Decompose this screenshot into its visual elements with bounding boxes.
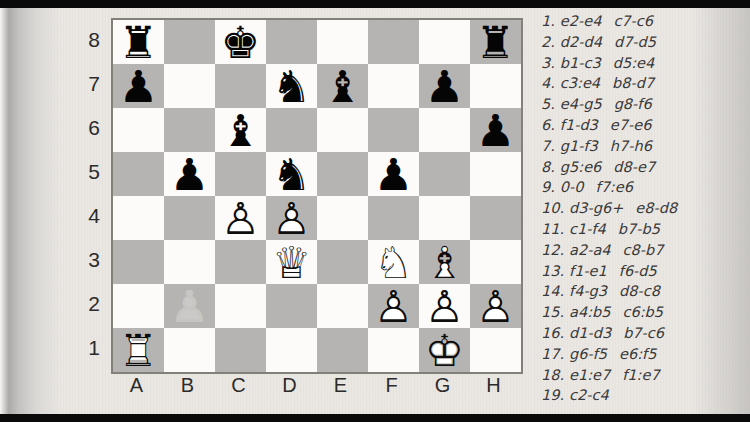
- black-rook-a8: ♜: [113, 20, 164, 64]
- move-line-1: 1.e2-e4c7-c6: [541, 11, 741, 32]
- white-move: f1-d3: [560, 117, 598, 133]
- square-e7[interactable]: ♝: [317, 64, 368, 108]
- square-a5[interactable]: [113, 152, 164, 196]
- white-bishop-g3: ♝♗: [419, 240, 470, 284]
- square-e2[interactable]: [317, 284, 368, 328]
- square-c4[interactable]: ♟♙: [215, 196, 266, 240]
- rank-label-2: 2: [62, 292, 100, 316]
- move-number: 8.: [541, 159, 555, 175]
- move-line-5: 5.e4-g5g8-f6: [541, 94, 741, 115]
- square-d8[interactable]: [266, 20, 317, 64]
- black-rook-h8: ♜: [470, 20, 521, 64]
- black-pawn-a7: ♟: [113, 64, 164, 108]
- move-line-13: 13.f1-e1f6-d5: [541, 261, 741, 282]
- black-move: f7:e6: [596, 179, 633, 195]
- move-number: 3.: [541, 55, 555, 71]
- square-b6[interactable]: [164, 108, 215, 152]
- square-h5[interactable]: [470, 152, 521, 196]
- white-move: e2-e4: [560, 13, 602, 29]
- move-line-14: 14.f4-g3d8-c8: [541, 281, 741, 302]
- white-pawn-f2: ♟♙: [368, 284, 419, 328]
- square-c3[interactable]: [215, 240, 266, 284]
- move-number: 5.: [541, 96, 555, 112]
- move-number: 4.: [541, 75, 555, 91]
- black-move: d8-e7: [613, 159, 655, 175]
- letterbox-bottom: [0, 414, 750, 422]
- black-knight-d7: ♞: [266, 64, 317, 108]
- black-knight-d5: ♞: [266, 152, 317, 196]
- white-move: b1-c3: [560, 55, 601, 71]
- white-move: e4-g5: [560, 96, 602, 112]
- rank-label-6: 6: [62, 116, 100, 140]
- square-b7[interactable]: [164, 64, 215, 108]
- square-b1[interactable]: [164, 328, 215, 372]
- black-move: d8-c8: [619, 283, 660, 299]
- move-line-17: 17.g6-f5e6:f5: [541, 344, 741, 365]
- black-move: b8-d7: [612, 75, 654, 91]
- white-move: e1:e7: [569, 367, 610, 383]
- move-line-8: 8.g5:e6d8-e7: [541, 157, 741, 178]
- square-a7[interactable]: ♟: [113, 64, 164, 108]
- square-c8[interactable]: ♚: [215, 20, 266, 64]
- move-list: 1.e2-e4c7-c62.d2-d4d7-d53.b1-c3d5:e44.c3…: [541, 11, 741, 406]
- white-pawn-d4: ♟♙: [266, 196, 317, 240]
- rank-label-3: 3: [62, 248, 100, 272]
- file-label-f: F: [366, 374, 417, 397]
- square-d7[interactable]: ♞: [266, 64, 317, 108]
- square-b2[interactable]: ♟♙: [164, 284, 215, 328]
- square-d5[interactable]: ♞: [266, 152, 317, 196]
- move-line-3: 3.b1-c3d5:e4: [541, 53, 741, 74]
- square-b8[interactable]: [164, 20, 215, 64]
- white-rook-a1: ♜♖: [113, 328, 164, 372]
- letterbox-top: [0, 0, 750, 8]
- square-d6[interactable]: [266, 108, 317, 152]
- white-move: f1-e1: [569, 263, 607, 279]
- move-number: 10.: [541, 200, 564, 216]
- square-e4[interactable]: [317, 196, 368, 240]
- square-g4[interactable]: [419, 196, 470, 240]
- move-number: 16.: [541, 325, 564, 341]
- white-move: d1-d3: [569, 325, 611, 341]
- black-bishop-c6: ♝: [215, 108, 266, 152]
- move-line-12: 12.a2-a4c8-b7: [541, 240, 741, 261]
- square-d2[interactable]: [266, 284, 317, 328]
- square-g6[interactable]: [419, 108, 470, 152]
- square-e6[interactable]: [317, 108, 368, 152]
- white-move: f4-g3: [569, 283, 607, 299]
- rank-label-5: 5: [62, 160, 100, 184]
- square-a1[interactable]: ♜♖: [113, 328, 164, 372]
- move-number: 12.: [541, 242, 564, 258]
- move-line-10: 10.d3-g6+e8-d8: [541, 198, 741, 219]
- square-c2[interactable]: [215, 284, 266, 328]
- white-pawn-g2: ♟♙: [419, 284, 470, 328]
- move-number: 6.: [541, 117, 555, 133]
- square-b4[interactable]: [164, 196, 215, 240]
- black-move: f1:e7: [622, 367, 659, 383]
- square-f5[interactable]: ♟: [368, 152, 419, 196]
- square-h6[interactable]: ♟: [470, 108, 521, 152]
- chess-board: ♜♚♜♟♞♝♟♝♟♟♞♟♟♙♟♙♛♕♞♘♝♗♟♙♟♙♟♙♟♙♜♖♚♔: [111, 18, 523, 374]
- black-move: f6-d5: [619, 263, 657, 279]
- white-pawn-h2: ♟♙: [470, 284, 521, 328]
- move-line-15: 15.a4:b5c6:b5: [541, 302, 741, 323]
- white-move: c2-c4: [569, 387, 609, 403]
- black-move: d7-d5: [614, 34, 656, 50]
- black-move: e6:f5: [619, 346, 656, 362]
- move-line-4: 4.c3:e4b8-d7: [541, 73, 741, 94]
- rank-label-1: 1: [62, 336, 100, 360]
- move-number: 7.: [541, 138, 555, 154]
- white-queen-d3: ♛♕: [266, 240, 317, 284]
- square-b3[interactable]: [164, 240, 215, 284]
- move-number: 13.: [541, 263, 564, 279]
- square-f8[interactable]: [368, 20, 419, 64]
- square-h8[interactable]: ♜: [470, 20, 521, 64]
- square-e3[interactable]: [317, 240, 368, 284]
- white-pawn-c4: ♟♙: [215, 196, 266, 240]
- rank-label-8: 8: [62, 28, 100, 52]
- white-pawn-b2: ♟♙: [164, 284, 215, 328]
- square-e5[interactable]: [317, 152, 368, 196]
- white-king-g1: ♚♔: [419, 328, 470, 372]
- file-label-h: H: [468, 374, 519, 397]
- square-d3[interactable]: ♛♕: [266, 240, 317, 284]
- white-move: a2-a4: [569, 242, 610, 258]
- move-line-19: 19.c2-c4: [541, 385, 741, 406]
- black-pawn-b5: ♟: [164, 152, 215, 196]
- square-f4[interactable]: [368, 196, 419, 240]
- square-h3[interactable]: [470, 240, 521, 284]
- white-move: 0-0: [560, 179, 584, 195]
- move-number: 18.: [541, 367, 564, 383]
- white-move: d3-g6+: [569, 200, 623, 216]
- file-label-a: A: [111, 374, 162, 397]
- square-f7[interactable]: [368, 64, 419, 108]
- square-c6[interactable]: ♝: [215, 108, 266, 152]
- move-line-6: 6.f1-d3e7-e6: [541, 115, 741, 136]
- black-pawn-h6: ♟: [470, 108, 521, 152]
- black-move: h7-h6: [610, 138, 652, 154]
- square-a8[interactable]: ♜: [113, 20, 164, 64]
- white-move: a4:b5: [569, 304, 610, 320]
- square-a4[interactable]: [113, 196, 164, 240]
- move-number: 17.: [541, 346, 564, 362]
- move-line-2: 2.d2-d4d7-d5: [541, 32, 741, 53]
- square-d4[interactable]: ♟♙: [266, 196, 317, 240]
- square-e1[interactable]: [317, 328, 368, 372]
- page-curl-shading: [0, 8, 62, 414]
- square-a3[interactable]: [113, 240, 164, 284]
- move-number: 15.: [541, 304, 564, 320]
- square-h2[interactable]: ♟♙: [470, 284, 521, 328]
- move-line-16: 16.d1-d3b7-c6: [541, 323, 741, 344]
- square-f2[interactable]: ♟♙: [368, 284, 419, 328]
- square-h1[interactable]: [470, 328, 521, 372]
- black-move: c6:b5: [623, 304, 664, 320]
- file-label-d: D: [264, 374, 315, 397]
- black-bishop-e7: ♝: [317, 64, 368, 108]
- square-a6[interactable]: [113, 108, 164, 152]
- square-a2[interactable]: [113, 284, 164, 328]
- file-label-c: C: [213, 374, 264, 397]
- white-knight-f3: ♞♘: [368, 240, 419, 284]
- square-g7[interactable]: ♟: [419, 64, 470, 108]
- move-line-18: 18.e1:e7f1:e7: [541, 365, 741, 386]
- square-e8[interactable]: [317, 20, 368, 64]
- file-label-e: E: [315, 374, 366, 397]
- square-c5[interactable]: [215, 152, 266, 196]
- white-move: g1-f3: [560, 138, 598, 154]
- square-d1[interactable]: [266, 328, 317, 372]
- move-number: 2.: [541, 34, 555, 50]
- move-number: 11.: [541, 221, 564, 237]
- move-line-7: 7.g1-f3h7-h6: [541, 136, 741, 157]
- white-move: g5:e6: [560, 159, 601, 175]
- square-f6[interactable]: [368, 108, 419, 152]
- square-f1[interactable]: [368, 328, 419, 372]
- move-number: 19.: [541, 387, 564, 403]
- move-number: 9.: [541, 179, 555, 195]
- black-move: g8-f6: [614, 96, 652, 112]
- move-number: 1.: [541, 13, 555, 29]
- black-pawn-f5: ♟: [368, 152, 419, 196]
- black-move: b7-c6: [623, 325, 664, 341]
- square-g5[interactable]: [419, 152, 470, 196]
- black-move: e7-e6: [610, 117, 652, 133]
- black-pawn-g7: ♟: [419, 64, 470, 108]
- square-c7[interactable]: [215, 64, 266, 108]
- square-h4[interactable]: [470, 196, 521, 240]
- square-g8[interactable]: [419, 20, 470, 64]
- square-h7[interactable]: [470, 64, 521, 108]
- black-move: e8-d8: [635, 200, 677, 216]
- white-move: g6-f5: [569, 346, 607, 362]
- square-g2[interactable]: ♟♙: [419, 284, 470, 328]
- black-king-c8: ♚: [215, 20, 266, 64]
- rank-label-7: 7: [62, 72, 100, 96]
- black-move: c8-b7: [623, 242, 664, 258]
- file-label-b: B: [162, 374, 213, 397]
- square-g3[interactable]: ♝♗: [419, 240, 470, 284]
- move-line-11: 11.c1-f4b7-b5: [541, 219, 741, 240]
- move-line-9: 9.0-0f7:e6: [541, 177, 741, 198]
- square-f3[interactable]: ♞♘: [368, 240, 419, 284]
- rank-label-4: 4: [62, 204, 100, 228]
- square-b5[interactable]: ♟: [164, 152, 215, 196]
- white-move: c3:e4: [560, 75, 600, 91]
- square-c1[interactable]: [215, 328, 266, 372]
- square-g1[interactable]: ♚♔: [419, 328, 470, 372]
- black-move: c7-c6: [613, 13, 653, 29]
- black-move: d5:e4: [613, 55, 654, 71]
- move-number: 14.: [541, 283, 564, 299]
- file-label-g: G: [417, 374, 468, 397]
- white-move: c1-f4: [569, 221, 606, 237]
- black-move: b7-b5: [618, 221, 660, 237]
- white-move: d2-d4: [560, 34, 602, 50]
